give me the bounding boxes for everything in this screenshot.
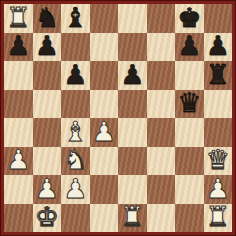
square-g2[interactable] <box>175 175 204 204</box>
piece-white-rook[interactable]: ♜ <box>120 204 144 233</box>
square-d3[interactable] <box>90 147 119 176</box>
square-h2[interactable]: ♟ <box>204 175 233 204</box>
piece-black-pawn[interactable]: ♟ <box>35 33 59 62</box>
square-b5[interactable] <box>33 90 62 119</box>
piece-white-pawn[interactable]: ♟ <box>206 175 230 204</box>
square-f4[interactable] <box>147 118 176 147</box>
square-a1[interactable] <box>4 204 33 233</box>
square-h7[interactable]: ♟ <box>204 33 233 62</box>
chess-board: ♜♞♝♚♟♟♟♟♟♟♜♛♝♟♟♞♛♟♟♟♚♜♜ <box>4 4 232 232</box>
square-h6[interactable]: ♜ <box>204 61 233 90</box>
square-g3[interactable] <box>175 147 204 176</box>
square-d1[interactable] <box>90 204 119 233</box>
square-e4[interactable] <box>118 118 147 147</box>
square-e3[interactable] <box>118 147 147 176</box>
square-a4[interactable] <box>4 118 33 147</box>
square-b3[interactable] <box>33 147 62 176</box>
square-a5[interactable] <box>4 90 33 119</box>
square-d6[interactable] <box>90 61 119 90</box>
square-d4[interactable]: ♟ <box>90 118 119 147</box>
square-h1[interactable]: ♜ <box>204 204 233 233</box>
square-g4[interactable] <box>175 118 204 147</box>
square-c5[interactable] <box>61 90 90 119</box>
piece-white-pawn[interactable]: ♟ <box>92 118 116 147</box>
square-g1[interactable] <box>175 204 204 233</box>
square-c4[interactable]: ♝ <box>61 118 90 147</box>
square-d8[interactable] <box>90 4 119 33</box>
square-e2[interactable] <box>118 175 147 204</box>
square-d2[interactable] <box>90 175 119 204</box>
piece-black-knight[interactable]: ♞ <box>35 4 59 33</box>
piece-black-pawn[interactable]: ♟ <box>206 33 230 62</box>
piece-black-king[interactable]: ♚ <box>177 4 201 33</box>
square-e8[interactable] <box>118 4 147 33</box>
piece-white-knight[interactable]: ♞ <box>63 147 87 176</box>
piece-black-pawn[interactable]: ♟ <box>6 33 30 62</box>
square-c6[interactable]: ♟ <box>61 61 90 90</box>
square-b7[interactable]: ♟ <box>33 33 62 62</box>
piece-white-pawn[interactable]: ♟ <box>35 175 59 204</box>
square-a7[interactable]: ♟ <box>4 33 33 62</box>
piece-white-pawn[interactable]: ♟ <box>6 147 30 176</box>
piece-white-rook[interactable]: ♜ <box>6 4 30 33</box>
square-c3[interactable]: ♞ <box>61 147 90 176</box>
square-f1[interactable] <box>147 204 176 233</box>
piece-black-pawn[interactable]: ♟ <box>177 33 201 62</box>
square-g6[interactable] <box>175 61 204 90</box>
piece-white-rook[interactable]: ♜ <box>206 204 230 233</box>
square-e1[interactable]: ♜ <box>118 204 147 233</box>
square-g5[interactable]: ♛ <box>175 90 204 119</box>
piece-white-queen[interactable]: ♛ <box>206 147 230 176</box>
piece-black-queen[interactable]: ♛ <box>177 90 201 119</box>
square-a8[interactable]: ♜ <box>4 4 33 33</box>
square-f3[interactable] <box>147 147 176 176</box>
square-a6[interactable] <box>4 61 33 90</box>
square-c1[interactable] <box>61 204 90 233</box>
square-h8[interactable] <box>204 4 233 33</box>
square-b1[interactable]: ♚ <box>33 204 62 233</box>
square-f8[interactable] <box>147 4 176 33</box>
square-c2[interactable]: ♟ <box>61 175 90 204</box>
square-a3[interactable]: ♟ <box>4 147 33 176</box>
square-b4[interactable] <box>33 118 62 147</box>
square-h3[interactable]: ♛ <box>204 147 233 176</box>
piece-white-bishop[interactable]: ♝ <box>63 118 87 147</box>
piece-white-pawn[interactable]: ♟ <box>63 175 87 204</box>
square-c7[interactable] <box>61 33 90 62</box>
square-e6[interactable]: ♟ <box>118 61 147 90</box>
square-e5[interactable] <box>118 90 147 119</box>
square-d7[interactable] <box>90 33 119 62</box>
square-e7[interactable] <box>118 33 147 62</box>
piece-black-pawn[interactable]: ♟ <box>63 61 87 90</box>
square-f7[interactable] <box>147 33 176 62</box>
square-d5[interactable] <box>90 90 119 119</box>
square-f6[interactable] <box>147 61 176 90</box>
square-h4[interactable] <box>204 118 233 147</box>
square-a2[interactable] <box>4 175 33 204</box>
square-f2[interactable] <box>147 175 176 204</box>
piece-black-rook[interactable]: ♜ <box>206 61 230 90</box>
piece-black-bishop[interactable]: ♝ <box>63 4 87 33</box>
square-h5[interactable] <box>204 90 233 119</box>
piece-white-king[interactable]: ♚ <box>35 204 59 233</box>
square-c8[interactable]: ♝ <box>61 4 90 33</box>
board-frame: ♜♞♝♚♟♟♟♟♟♟♜♛♝♟♟♞♛♟♟♟♚♜♜ <box>0 0 236 236</box>
square-g7[interactable]: ♟ <box>175 33 204 62</box>
square-b2[interactable]: ♟ <box>33 175 62 204</box>
piece-black-pawn[interactable]: ♟ <box>120 61 144 90</box>
square-b6[interactable] <box>33 61 62 90</box>
square-g8[interactable]: ♚ <box>175 4 204 33</box>
square-f5[interactable] <box>147 90 176 119</box>
square-b8[interactable]: ♞ <box>33 4 62 33</box>
